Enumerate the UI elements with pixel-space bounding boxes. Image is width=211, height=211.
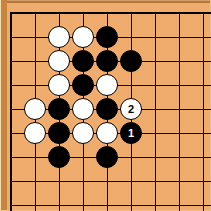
grid-line-horizontal (10, 205, 211, 206)
stone-black (96, 98, 118, 120)
grid-line-horizontal (10, 12, 211, 14)
board-frame-left (1, 0, 7, 211)
stone-white (24, 98, 46, 120)
go-board-diagram: 21 (0, 0, 211, 211)
stone-white (48, 26, 70, 48)
stone-black-move-1: 1 (120, 122, 142, 144)
stone-white (72, 98, 94, 120)
stone-white (96, 122, 118, 144)
move-number-label: 1 (128, 128, 134, 139)
stone-white (72, 26, 94, 48)
stone-white-move-2: 2 (120, 98, 142, 120)
grid-line-horizontal (10, 181, 211, 182)
stone-black (120, 50, 142, 72)
stone-white (96, 74, 118, 96)
stone-white (48, 50, 70, 72)
stone-black (48, 98, 70, 120)
stone-black (72, 50, 94, 72)
stone-white (24, 122, 46, 144)
board-frame-top (0, 1, 211, 3)
stone-black (48, 146, 70, 168)
stone-black (48, 122, 70, 144)
stone-black (96, 26, 118, 48)
stone-white (72, 122, 94, 144)
stone-black (96, 50, 118, 72)
stone-black (72, 74, 94, 96)
move-number-label: 2 (128, 104, 134, 115)
stone-black (96, 146, 118, 168)
stone-white (48, 74, 70, 96)
board-frame-right (210, 0, 211, 211)
